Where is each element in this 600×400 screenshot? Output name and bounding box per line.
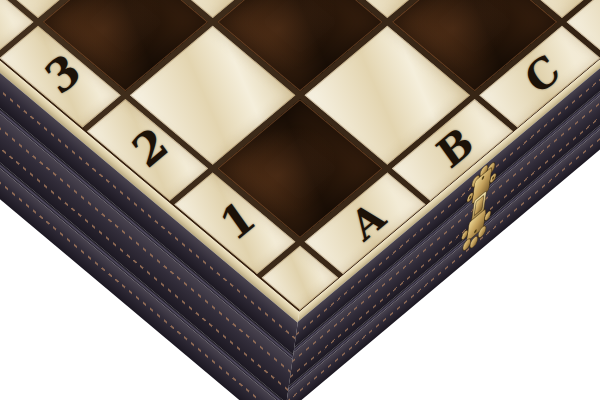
photo-stage: 87654321ABCDEFGH — [0, 0, 600, 400]
